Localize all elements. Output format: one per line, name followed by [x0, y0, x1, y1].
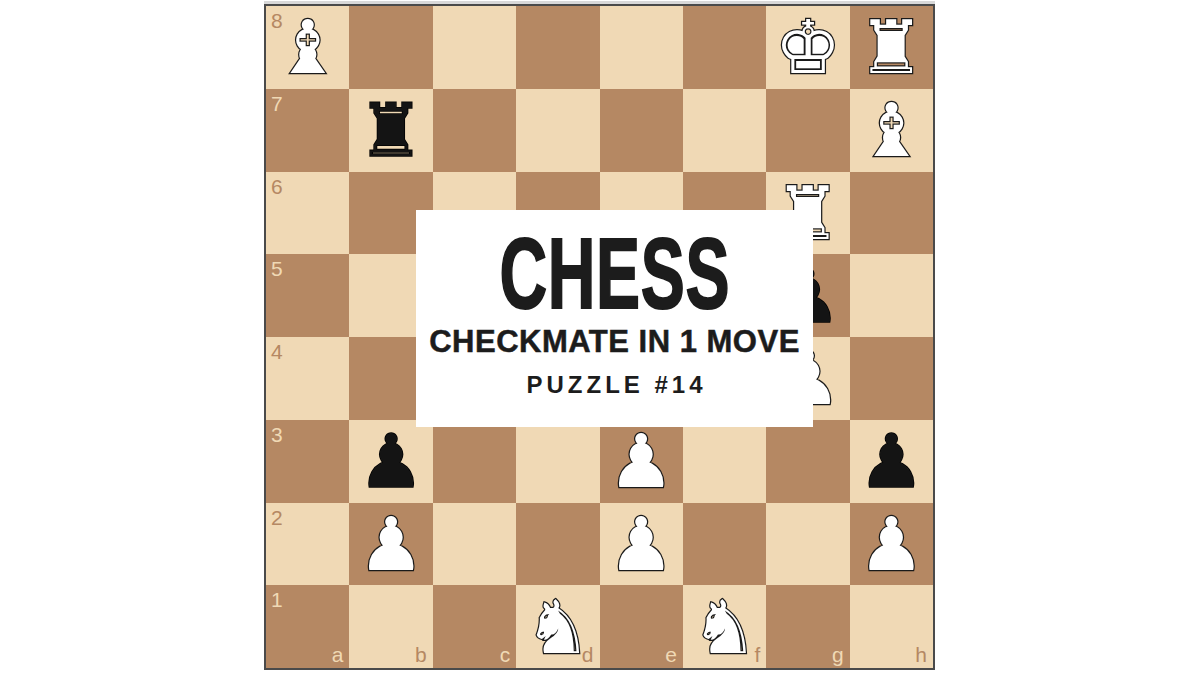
- puzzle-card: CHESS CHECKMATE IN 1 MOVE PUZZLE #14: [416, 210, 813, 427]
- square-d3[interactable]: [516, 420, 599, 503]
- square-a4[interactable]: 4: [266, 337, 349, 420]
- rank-label-5: 5: [271, 258, 283, 279]
- square-b7[interactable]: ♜: [349, 89, 432, 172]
- square-a6[interactable]: 6: [266, 172, 349, 255]
- square-h4[interactable]: [850, 337, 933, 420]
- piece-white-pawn[interactable]: ♟: [608, 424, 674, 498]
- square-a1[interactable]: 1a: [266, 585, 349, 668]
- file-label-b: b: [415, 644, 427, 665]
- square-d2[interactable]: [516, 503, 599, 586]
- square-f1[interactable]: f♞: [683, 585, 766, 668]
- square-h7[interactable]: ♝: [850, 89, 933, 172]
- square-f7[interactable]: [683, 89, 766, 172]
- square-e1[interactable]: e: [600, 585, 683, 668]
- square-c8[interactable]: [433, 6, 516, 89]
- piece-white-knight[interactable]: ♞: [525, 590, 591, 664]
- square-c1[interactable]: c: [433, 585, 516, 668]
- square-e7[interactable]: [600, 89, 683, 172]
- piece-white-bishop[interactable]: ♝: [275, 10, 341, 84]
- piece-white-rook[interactable]: ♜: [858, 10, 924, 84]
- square-b8[interactable]: [349, 6, 432, 89]
- square-h2[interactable]: ♟: [850, 503, 933, 586]
- piece-white-pawn[interactable]: ♟: [858, 507, 924, 581]
- square-g7[interactable]: [766, 89, 849, 172]
- square-h1[interactable]: h: [850, 585, 933, 668]
- square-g1[interactable]: g: [766, 585, 849, 668]
- file-label-a: a: [332, 644, 344, 665]
- square-a3[interactable]: 3: [266, 420, 349, 503]
- square-e2[interactable]: ♟: [600, 503, 683, 586]
- piece-black-rook[interactable]: ♜: [358, 93, 424, 167]
- square-e8[interactable]: [600, 6, 683, 89]
- piece-white-pawn[interactable]: ♟: [358, 507, 424, 581]
- card-subtitle: CHECKMATE IN 1 MOVE: [429, 325, 800, 359]
- square-a2[interactable]: 2: [266, 503, 349, 586]
- square-a7[interactable]: 7: [266, 89, 349, 172]
- file-label-h: h: [915, 644, 927, 665]
- piece-white-king[interactable]: ♚: [775, 10, 841, 84]
- square-g3[interactable]: [766, 420, 849, 503]
- square-a5[interactable]: 5: [266, 254, 349, 337]
- square-a8[interactable]: 8♝: [266, 6, 349, 89]
- file-label-g: g: [832, 644, 844, 665]
- square-h6[interactable]: [850, 172, 933, 255]
- card-title: CHESS: [499, 226, 730, 321]
- piece-black-pawn[interactable]: ♟: [858, 424, 924, 498]
- file-label-c: c: [500, 644, 511, 665]
- square-b1[interactable]: b: [349, 585, 432, 668]
- square-h8[interactable]: ♜: [850, 6, 933, 89]
- square-b2[interactable]: ♟: [349, 503, 432, 586]
- square-d8[interactable]: [516, 6, 599, 89]
- rank-label-2: 2: [271, 507, 283, 528]
- square-g2[interactable]: [766, 503, 849, 586]
- rank-label-7: 7: [271, 93, 283, 114]
- rank-label-6: 6: [271, 176, 283, 197]
- square-h5[interactable]: [850, 254, 933, 337]
- piece-black-pawn[interactable]: ♟: [358, 424, 424, 498]
- square-f2[interactable]: [683, 503, 766, 586]
- rank-label-3: 3: [271, 424, 283, 445]
- square-e3[interactable]: ♟: [600, 420, 683, 503]
- square-d7[interactable]: [516, 89, 599, 172]
- square-f3[interactable]: [683, 420, 766, 503]
- file-label-e: e: [665, 644, 677, 665]
- square-d1[interactable]: d♞: [516, 585, 599, 668]
- square-g8[interactable]: ♚: [766, 6, 849, 89]
- piece-white-knight[interactable]: ♞: [691, 590, 757, 664]
- square-c3[interactable]: [433, 420, 516, 503]
- square-c7[interactable]: [433, 89, 516, 172]
- card-puzzle-number: PUZZLE #14: [522, 372, 706, 398]
- rank-label-1: 1: [271, 589, 283, 610]
- rank-label-4: 4: [271, 341, 283, 362]
- piece-white-pawn[interactable]: ♟: [608, 507, 674, 581]
- square-f8[interactable]: [683, 6, 766, 89]
- square-h3[interactable]: ♟: [850, 420, 933, 503]
- piece-white-bishop[interactable]: ♝: [858, 93, 924, 167]
- square-c2[interactable]: [433, 503, 516, 586]
- square-b3[interactable]: ♟: [349, 420, 432, 503]
